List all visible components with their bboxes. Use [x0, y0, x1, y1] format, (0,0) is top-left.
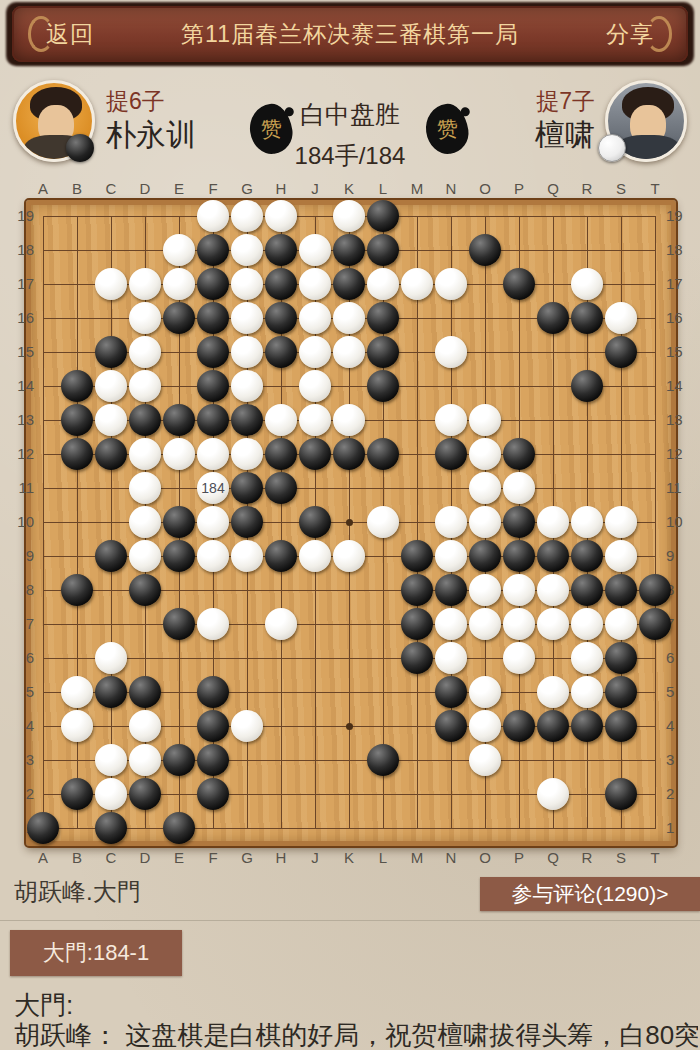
stone-white	[163, 268, 195, 300]
col-label-O: O	[474, 180, 496, 197]
stone-black	[265, 336, 297, 368]
stone-white	[435, 268, 467, 300]
stone-white	[469, 710, 501, 742]
row-label-4: 4	[4, 717, 34, 734]
col-label-D: D	[134, 849, 156, 866]
stone-white	[367, 506, 399, 538]
stone-white	[197, 506, 229, 538]
stone-black	[605, 336, 637, 368]
divider	[0, 920, 700, 921]
stone-black	[435, 676, 467, 708]
stone-white	[503, 574, 535, 606]
row-label-4: 4	[666, 717, 696, 734]
stone-black	[265, 268, 297, 300]
stone-black	[163, 744, 195, 776]
stone-white	[265, 608, 297, 640]
stone-white	[231, 268, 263, 300]
stone-black	[95, 676, 127, 708]
stone-black	[197, 744, 229, 776]
stone-white	[401, 268, 433, 300]
stone-white	[197, 608, 229, 640]
stone-white	[129, 472, 161, 504]
stone-black	[537, 710, 569, 742]
stone-white: 184	[197, 472, 229, 504]
col-label-L: L	[372, 849, 394, 866]
row-label-15: 15	[4, 343, 34, 360]
stone-black	[435, 710, 467, 742]
stone-black	[367, 370, 399, 402]
stone-black	[469, 234, 501, 266]
stone-white	[571, 676, 603, 708]
stone-black	[61, 778, 93, 810]
stone-white	[571, 642, 603, 674]
stone-black	[401, 608, 433, 640]
stone-white	[435, 608, 467, 640]
stone-white	[605, 506, 637, 538]
stone-black	[367, 200, 399, 232]
stone-black	[605, 574, 637, 606]
row-label-14: 14	[666, 377, 696, 394]
stone-black	[639, 574, 671, 606]
stone-white	[265, 200, 297, 232]
stone-white	[435, 336, 467, 368]
stone-white	[129, 744, 161, 776]
col-label-H: H	[270, 849, 292, 866]
col-label-P: P	[508, 849, 530, 866]
stone-black	[537, 302, 569, 334]
stone-white	[435, 506, 467, 538]
channel-badge-button[interactable]: 大門:184-1	[10, 930, 182, 976]
stone-white	[605, 608, 637, 640]
stone-white	[129, 268, 161, 300]
stone-black	[571, 302, 603, 334]
game-result-text: 白中盘胜	[255, 98, 445, 131]
col-label-Q: Q	[542, 849, 564, 866]
row-label-12: 12	[666, 445, 696, 462]
stone-white	[537, 574, 569, 606]
stone-black	[435, 438, 467, 470]
row-label-1: 1	[666, 819, 696, 836]
row-label-18: 18	[4, 241, 34, 258]
stone-black	[231, 404, 263, 436]
stone-black	[265, 438, 297, 470]
stone-black	[265, 302, 297, 334]
stone-black	[401, 642, 433, 674]
stone-black	[469, 540, 501, 572]
stone-black	[61, 438, 93, 470]
move-counter-text: 184手/184	[255, 140, 445, 172]
stone-black	[367, 438, 399, 470]
back-button[interactable]: 返回	[46, 19, 94, 50]
row-label-7: 7	[4, 615, 34, 632]
stone-black	[197, 404, 229, 436]
col-label-H: H	[270, 180, 292, 197]
stone-black	[95, 540, 127, 572]
stone-white	[231, 234, 263, 266]
stone-white	[231, 540, 263, 572]
row-label-18: 18	[666, 241, 696, 258]
stone-white	[95, 744, 127, 776]
row-label-15: 15	[666, 343, 696, 360]
stone-white	[197, 438, 229, 470]
stone-white	[231, 438, 263, 470]
stone-black	[605, 778, 637, 810]
stone-white	[605, 540, 637, 572]
col-label-N: N	[440, 180, 462, 197]
page-title: 第11届春兰杯决赛三番棋第一局	[181, 19, 519, 50]
row-label-2: 2	[4, 785, 34, 802]
stone-black	[265, 234, 297, 266]
row-label-11: 11	[4, 479, 34, 496]
star-point	[346, 723, 353, 730]
row-label-19: 19	[4, 207, 34, 224]
stone-white	[571, 268, 603, 300]
stone-black	[299, 438, 331, 470]
row-label-6: 6	[4, 649, 34, 666]
row-label-3: 3	[666, 751, 696, 768]
stone-white	[61, 676, 93, 708]
stone-white	[503, 608, 535, 640]
stone-black	[571, 540, 603, 572]
stone-black	[537, 540, 569, 572]
col-label-E: E	[168, 180, 190, 197]
stone-black	[163, 404, 195, 436]
topbar: 返回 第11届春兰杯决赛三番棋第一局 分享	[12, 6, 688, 62]
stone-white	[571, 608, 603, 640]
stone-white	[435, 642, 467, 674]
stone-black	[197, 676, 229, 708]
stone-black	[401, 574, 433, 606]
stone-white	[469, 472, 501, 504]
stone-black	[231, 472, 263, 504]
row-label-11: 11	[666, 479, 696, 496]
col-label-S: S	[610, 849, 632, 866]
stone-white	[129, 370, 161, 402]
stone-black	[435, 574, 467, 606]
white-player-name: 檀啸	[430, 115, 595, 156]
stone-black	[299, 506, 331, 538]
col-label-K: K	[338, 849, 360, 866]
row-label-16: 16	[4, 309, 34, 326]
stone-white	[129, 438, 161, 470]
stone-white	[435, 404, 467, 436]
row-label-2: 2	[666, 785, 696, 802]
row-label-5: 5	[666, 683, 696, 700]
col-label-L: L	[372, 180, 394, 197]
stone-white	[469, 506, 501, 538]
stone-black	[503, 438, 535, 470]
stone-black	[503, 268, 535, 300]
col-label-F: F	[202, 180, 224, 197]
col-label-B: B	[66, 180, 88, 197]
stone-white	[163, 234, 195, 266]
col-label-T: T	[644, 849, 666, 866]
stone-black	[197, 336, 229, 368]
stone-black	[503, 540, 535, 572]
stone-white	[95, 778, 127, 810]
row-label-13: 13	[4, 411, 34, 428]
col-label-G: G	[236, 180, 258, 197]
col-label-J: J	[304, 180, 326, 197]
stone-white	[299, 234, 331, 266]
stone-white	[503, 472, 535, 504]
comment-text: 胡跃峰： 这盘棋是白棋的好局，祝贺檀啸拔得头筹，白80突然	[14, 1018, 698, 1050]
stone-black	[333, 438, 365, 470]
col-label-A: A	[32, 849, 54, 866]
stone-white	[95, 370, 127, 402]
stone-white	[333, 302, 365, 334]
stone-white	[605, 302, 637, 334]
stone-white	[265, 404, 297, 436]
stone-white	[469, 404, 501, 436]
stone-black	[231, 506, 263, 538]
stone-black	[367, 302, 399, 334]
stone-white	[333, 404, 365, 436]
share-button[interactable]: 分享	[606, 19, 654, 50]
col-label-D: D	[134, 180, 156, 197]
stone-white	[95, 268, 127, 300]
stone-black	[129, 676, 161, 708]
commentators-names: 胡跃峰.大門	[14, 876, 141, 908]
col-label-F: F	[202, 849, 224, 866]
stone-black	[129, 778, 161, 810]
row-label-17: 17	[4, 275, 34, 292]
stone-black	[61, 370, 93, 402]
stone-black	[61, 404, 93, 436]
stone-white	[469, 574, 501, 606]
col-label-R: R	[576, 849, 598, 866]
go-app-screen: 返回 第11届春兰杯决赛三番棋第一局 分享 提6子 朴永训 赞 白中盘胜 184…	[0, 0, 700, 1050]
stone-black	[197, 268, 229, 300]
col-label-A: A	[32, 180, 54, 197]
stone-white	[469, 608, 501, 640]
stone-black	[639, 608, 671, 640]
star-point	[346, 519, 353, 526]
stone-black	[197, 778, 229, 810]
stone-black	[605, 710, 637, 742]
stone-white	[537, 506, 569, 538]
last-move-number: 184	[197, 472, 229, 504]
stone-black	[265, 540, 297, 572]
stone-black	[605, 642, 637, 674]
row-label-10: 10	[4, 513, 34, 530]
stone-black	[27, 812, 59, 844]
row-label-8: 8	[4, 581, 34, 598]
stone-black	[163, 812, 195, 844]
stone-black	[333, 268, 365, 300]
stone-white	[197, 540, 229, 572]
stone-white	[299, 268, 331, 300]
stone-black	[367, 336, 399, 368]
stone-white	[129, 710, 161, 742]
stone-white	[537, 608, 569, 640]
col-label-T: T	[644, 180, 666, 197]
row-label-9: 9	[666, 547, 696, 564]
stone-white	[129, 506, 161, 538]
row-label-10: 10	[666, 513, 696, 530]
stone-black	[367, 234, 399, 266]
row-label-16: 16	[666, 309, 696, 326]
stone-white	[469, 438, 501, 470]
stone-black	[197, 234, 229, 266]
stone-black	[503, 710, 535, 742]
join-comments-button[interactable]: 参与评论(1290)>	[480, 877, 700, 911]
stone-black	[571, 710, 603, 742]
black-player-name: 朴永训	[106, 115, 196, 156]
stone-white	[469, 676, 501, 708]
row-label-3: 3	[4, 751, 34, 768]
stone-white	[231, 710, 263, 742]
row-label-5: 5	[4, 683, 34, 700]
stone-white	[299, 302, 331, 334]
stone-black	[95, 336, 127, 368]
black-player-captures: 提6子	[106, 86, 165, 117]
stone-black	[163, 540, 195, 572]
stone-black	[401, 540, 433, 572]
stone-white	[299, 540, 331, 572]
stone-white	[163, 438, 195, 470]
stone-white	[367, 268, 399, 300]
stone-black	[571, 574, 603, 606]
stone-black	[163, 608, 195, 640]
row-label-6: 6	[666, 649, 696, 666]
stone-white	[129, 540, 161, 572]
stone-black	[197, 302, 229, 334]
stone-white	[231, 370, 263, 402]
row-label-17: 17	[666, 275, 696, 292]
black-stone-badge-icon	[66, 134, 94, 162]
stone-black	[605, 676, 637, 708]
stone-black	[333, 234, 365, 266]
col-label-O: O	[474, 849, 496, 866]
stone-white	[299, 336, 331, 368]
col-label-E: E	[168, 849, 190, 866]
col-label-C: C	[100, 849, 122, 866]
row-label-19: 19	[666, 207, 696, 224]
stone-black	[571, 370, 603, 402]
col-label-B: B	[66, 849, 88, 866]
row-label-14: 14	[4, 377, 34, 394]
col-label-G: G	[236, 849, 258, 866]
stone-black	[197, 370, 229, 402]
col-label-P: P	[508, 180, 530, 197]
stone-white	[231, 302, 263, 334]
stone-white	[571, 506, 603, 538]
row-label-12: 12	[4, 445, 34, 462]
stone-black	[95, 812, 127, 844]
stone-black	[163, 302, 195, 334]
col-label-M: M	[406, 849, 428, 866]
white-stone-badge-icon	[598, 134, 626, 162]
stone-white	[95, 404, 127, 436]
stone-white	[537, 778, 569, 810]
stone-white	[503, 642, 535, 674]
stone-white	[231, 336, 263, 368]
row-label-9: 9	[4, 547, 34, 564]
stone-white	[197, 200, 229, 232]
stone-black	[129, 574, 161, 606]
col-label-C: C	[100, 180, 122, 197]
stone-white	[333, 336, 365, 368]
stone-white	[299, 370, 331, 402]
stone-white	[231, 200, 263, 232]
stone-black	[367, 744, 399, 776]
stone-black	[95, 438, 127, 470]
stone-white	[95, 642, 127, 674]
stone-white	[299, 404, 331, 436]
stone-white	[537, 676, 569, 708]
col-label-M: M	[406, 180, 428, 197]
row-label-13: 13	[666, 411, 696, 428]
stone-black	[129, 404, 161, 436]
col-label-Q: Q	[542, 180, 564, 197]
stone-black	[197, 710, 229, 742]
stone-white	[435, 540, 467, 572]
stone-white	[469, 744, 501, 776]
stone-white	[333, 200, 365, 232]
stone-white	[129, 336, 161, 368]
stone-white	[129, 302, 161, 334]
col-label-K: K	[338, 180, 360, 197]
stone-black	[163, 506, 195, 538]
stone-white	[333, 540, 365, 572]
white-player-captures: 提7子	[430, 86, 595, 117]
stone-black	[61, 574, 93, 606]
stone-black	[503, 506, 535, 538]
stone-white	[61, 710, 93, 742]
stone-black	[265, 472, 297, 504]
col-label-S: S	[610, 180, 632, 197]
col-label-J: J	[304, 849, 326, 866]
col-label-R: R	[576, 180, 598, 197]
col-label-N: N	[440, 849, 462, 866]
